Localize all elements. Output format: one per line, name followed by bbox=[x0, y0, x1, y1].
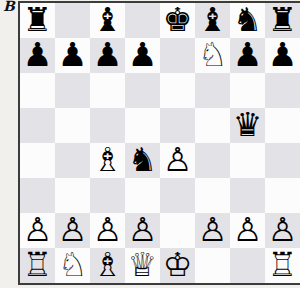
square-c7[interactable]: ♟ bbox=[90, 38, 125, 73]
piece-black-knight: ♞ bbox=[128, 143, 158, 177]
square-c3[interactable] bbox=[90, 178, 125, 213]
square-b7[interactable]: ♟ bbox=[55, 38, 90, 73]
piece-white-pawn: ♙ bbox=[128, 213, 158, 247]
square-g2[interactable]: ♙ bbox=[230, 213, 265, 248]
square-f1[interactable] bbox=[195, 248, 230, 283]
square-c1[interactable]: ♗ bbox=[90, 248, 125, 283]
piece-black-king: ♚ bbox=[163, 3, 193, 37]
square-a6[interactable] bbox=[20, 73, 55, 108]
square-c2[interactable]: ♙ bbox=[90, 213, 125, 248]
piece-white-pawn: ♙ bbox=[198, 213, 228, 247]
square-a8[interactable]: ♜ bbox=[20, 3, 55, 38]
square-g5[interactable]: ♛ bbox=[230, 108, 265, 143]
side-to-move-indicator: B bbox=[3, 0, 15, 14]
piece-white-pawn: ♙ bbox=[233, 213, 263, 247]
chess-board: ♜♝♚♝♞♜♟♟♟♟♘♟♟♛♗♞♙♙♙♙♙♙♙♙♖♘♗♕♔♖ bbox=[18, 1, 300, 285]
piece-white-rook: ♖ bbox=[23, 248, 53, 282]
square-d5[interactable] bbox=[125, 108, 160, 143]
square-b1[interactable]: ♘ bbox=[55, 248, 90, 283]
piece-black-bishop: ♝ bbox=[198, 3, 228, 37]
square-h4[interactable] bbox=[265, 143, 300, 178]
square-c8[interactable]: ♝ bbox=[90, 3, 125, 38]
piece-white-queen: ♕ bbox=[128, 248, 158, 282]
square-g7[interactable]: ♟ bbox=[230, 38, 265, 73]
square-f4[interactable] bbox=[195, 143, 230, 178]
square-g1[interactable] bbox=[230, 248, 265, 283]
piece-black-pawn: ♟ bbox=[268, 38, 298, 72]
square-b5[interactable] bbox=[55, 108, 90, 143]
square-b4[interactable] bbox=[55, 143, 90, 178]
piece-white-bishop: ♗ bbox=[93, 248, 123, 282]
piece-black-rook: ♜ bbox=[268, 3, 298, 37]
piece-white-pawn: ♙ bbox=[58, 213, 88, 247]
square-f5[interactable] bbox=[195, 108, 230, 143]
piece-white-king: ♔ bbox=[163, 248, 193, 282]
square-a3[interactable] bbox=[20, 178, 55, 213]
square-c6[interactable] bbox=[90, 73, 125, 108]
square-d7[interactable]: ♟ bbox=[125, 38, 160, 73]
square-d8[interactable] bbox=[125, 3, 160, 38]
square-e7[interactable] bbox=[160, 38, 195, 73]
square-e6[interactable] bbox=[160, 73, 195, 108]
square-e4[interactable]: ♙ bbox=[160, 143, 195, 178]
piece-black-queen: ♛ bbox=[233, 108, 263, 142]
piece-white-bishop: ♗ bbox=[93, 143, 123, 177]
piece-black-pawn: ♟ bbox=[58, 38, 88, 72]
square-a1[interactable]: ♖ bbox=[20, 248, 55, 283]
square-f3[interactable] bbox=[195, 178, 230, 213]
square-h7[interactable]: ♟ bbox=[265, 38, 300, 73]
piece-white-knight: ♘ bbox=[198, 38, 228, 72]
square-h1[interactable]: ♖ bbox=[265, 248, 300, 283]
piece-white-pawn: ♙ bbox=[268, 213, 298, 247]
square-a7[interactable]: ♟ bbox=[20, 38, 55, 73]
piece-black-pawn: ♟ bbox=[128, 38, 158, 72]
square-h3[interactable] bbox=[265, 178, 300, 213]
square-e3[interactable] bbox=[160, 178, 195, 213]
square-d4[interactable]: ♞ bbox=[125, 143, 160, 178]
square-h2[interactable]: ♙ bbox=[265, 213, 300, 248]
square-d1[interactable]: ♕ bbox=[125, 248, 160, 283]
square-d2[interactable]: ♙ bbox=[125, 213, 160, 248]
piece-white-knight: ♘ bbox=[58, 248, 88, 282]
square-f8[interactable]: ♝ bbox=[195, 3, 230, 38]
square-e8[interactable]: ♚ bbox=[160, 3, 195, 38]
piece-white-rook: ♖ bbox=[268, 248, 298, 282]
square-g4[interactable] bbox=[230, 143, 265, 178]
square-g3[interactable] bbox=[230, 178, 265, 213]
square-a5[interactable] bbox=[20, 108, 55, 143]
square-a2[interactable]: ♙ bbox=[20, 213, 55, 248]
piece-black-pawn: ♟ bbox=[93, 38, 123, 72]
square-f2[interactable]: ♙ bbox=[195, 213, 230, 248]
square-b8[interactable] bbox=[55, 3, 90, 38]
piece-black-pawn: ♟ bbox=[233, 38, 263, 72]
piece-black-pawn: ♟ bbox=[23, 38, 53, 72]
piece-black-rook: ♜ bbox=[23, 3, 53, 37]
square-e5[interactable] bbox=[160, 108, 195, 143]
piece-white-pawn: ♙ bbox=[23, 213, 53, 247]
square-b3[interactable] bbox=[55, 178, 90, 213]
square-b6[interactable] bbox=[55, 73, 90, 108]
square-g8[interactable]: ♞ bbox=[230, 3, 265, 38]
piece-white-pawn: ♙ bbox=[163, 143, 193, 177]
square-e2[interactable] bbox=[160, 213, 195, 248]
square-d3[interactable] bbox=[125, 178, 160, 213]
square-d6[interactable] bbox=[125, 73, 160, 108]
square-f7[interactable]: ♘ bbox=[195, 38, 230, 73]
piece-white-pawn: ♙ bbox=[93, 213, 123, 247]
square-f6[interactable] bbox=[195, 73, 230, 108]
square-a4[interactable] bbox=[20, 143, 55, 178]
square-h5[interactable] bbox=[265, 108, 300, 143]
square-h6[interactable] bbox=[265, 73, 300, 108]
piece-black-knight: ♞ bbox=[233, 3, 263, 37]
square-h8[interactable]: ♜ bbox=[265, 3, 300, 38]
square-c4[interactable]: ♗ bbox=[90, 143, 125, 178]
piece-black-bishop: ♝ bbox=[93, 3, 123, 37]
square-e1[interactable]: ♔ bbox=[160, 248, 195, 283]
square-b2[interactable]: ♙ bbox=[55, 213, 90, 248]
square-c5[interactable] bbox=[90, 108, 125, 143]
square-g6[interactable] bbox=[230, 73, 265, 108]
